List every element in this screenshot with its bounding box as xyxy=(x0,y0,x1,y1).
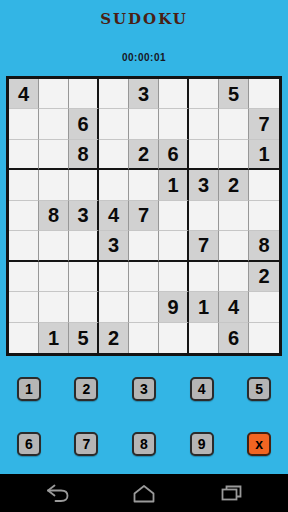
cell-r7c5[interactable] xyxy=(129,262,159,292)
cell-r4c1[interactable] xyxy=(9,170,39,200)
cell-r6c8[interactable] xyxy=(219,231,249,261)
cell-r5c4[interactable]: 4 xyxy=(99,201,129,231)
cell-r3c7[interactable] xyxy=(189,140,219,170)
cell-r7c7[interactable] xyxy=(189,262,219,292)
digit-button-1[interactable]: 1 xyxy=(17,377,41,401)
digit-button-8[interactable]: 8 xyxy=(132,432,156,456)
cell-r6c4[interactable]: 3 xyxy=(99,231,129,261)
home-button[interactable] xyxy=(114,479,174,507)
cell-r8c5[interactable] xyxy=(129,292,159,322)
cell-r1c7[interactable] xyxy=(189,79,219,109)
recents-button[interactable] xyxy=(201,479,261,507)
keypad-row-2: 6 7 8 9 x xyxy=(0,432,288,456)
cell-r3c4[interactable] xyxy=(99,140,129,170)
cell-r2c5[interactable] xyxy=(129,109,159,139)
cell-r2c8[interactable] xyxy=(219,109,249,139)
cell-r6c5[interactable] xyxy=(129,231,159,261)
cell-r5c5[interactable]: 7 xyxy=(129,201,159,231)
cell-r7c2[interactable] xyxy=(39,262,69,292)
cell-r4c2[interactable] xyxy=(39,170,69,200)
cell-r7c1[interactable] xyxy=(9,262,39,292)
cell-r1c6[interactable] xyxy=(159,79,189,109)
cell-r5c6[interactable] xyxy=(159,201,189,231)
cell-r2c3[interactable]: 6 xyxy=(69,109,99,139)
cell-r3c3[interactable]: 8 xyxy=(69,140,99,170)
cell-r8c6[interactable]: 9 xyxy=(159,292,189,322)
cell-r8c4[interactable] xyxy=(99,292,129,322)
digit-button-4[interactable]: 4 xyxy=(190,377,214,401)
cell-r9c5[interactable] xyxy=(129,323,159,353)
cell-r6c6[interactable] xyxy=(159,231,189,261)
cell-r5c9[interactable] xyxy=(249,201,279,231)
cell-r6c7[interactable]: 7 xyxy=(189,231,219,261)
cell-r7c6[interactable] xyxy=(159,262,189,292)
cell-r3c1[interactable] xyxy=(9,140,39,170)
keypad-row-1: 1 2 3 4 5 xyxy=(0,377,288,401)
cell-r1c9[interactable] xyxy=(249,79,279,109)
cell-r3c2[interactable] xyxy=(39,140,69,170)
digit-button-5[interactable]: 5 xyxy=(247,377,271,401)
cell-r6c3[interactable] xyxy=(69,231,99,261)
digit-button-3[interactable]: 3 xyxy=(132,377,156,401)
cell-r9c3[interactable]: 5 xyxy=(69,323,99,353)
cell-r3c5[interactable]: 2 xyxy=(129,140,159,170)
cell-r9c8[interactable]: 6 xyxy=(219,323,249,353)
cell-r9c6[interactable] xyxy=(159,323,189,353)
cell-r6c9[interactable]: 8 xyxy=(249,231,279,261)
cell-r9c4[interactable]: 2 xyxy=(99,323,129,353)
cell-r6c2[interactable] xyxy=(39,231,69,261)
cell-r8c3[interactable] xyxy=(69,292,99,322)
cell-r8c1[interactable] xyxy=(9,292,39,322)
cell-r4c4[interactable] xyxy=(99,170,129,200)
cell-r1c5[interactable]: 3 xyxy=(129,79,159,109)
recents-icon xyxy=(219,484,244,503)
cell-r4c8[interactable]: 2 xyxy=(219,170,249,200)
app-screen: SUDOKU 00:00:01 435678261132834737829141… xyxy=(0,0,288,512)
digit-button-6[interactable]: 6 xyxy=(17,432,41,456)
cell-r9c2[interactable]: 1 xyxy=(39,323,69,353)
cell-r8c7[interactable]: 1 xyxy=(189,292,219,322)
cell-r7c9[interactable]: 2 xyxy=(249,262,279,292)
back-icon xyxy=(44,484,71,503)
cell-r7c8[interactable] xyxy=(219,262,249,292)
cell-r3c8[interactable] xyxy=(219,140,249,170)
sudoku-board: 435678261132834737829141526 xyxy=(6,76,282,356)
cell-r4c7[interactable]: 3 xyxy=(189,170,219,200)
cell-r2c1[interactable] xyxy=(9,109,39,139)
cell-r3c9[interactable]: 1 xyxy=(249,140,279,170)
page-title: SUDOKU xyxy=(0,10,288,28)
cell-r5c7[interactable] xyxy=(189,201,219,231)
cell-r5c3[interactable]: 3 xyxy=(69,201,99,231)
cell-r2c9[interactable]: 7 xyxy=(249,109,279,139)
cell-r1c1[interactable]: 4 xyxy=(9,79,39,109)
cell-r4c5[interactable] xyxy=(129,170,159,200)
cell-r3c6[interactable]: 6 xyxy=(159,140,189,170)
cell-r8c2[interactable] xyxy=(39,292,69,322)
cell-r8c9[interactable] xyxy=(249,292,279,322)
cell-r1c2[interactable] xyxy=(39,79,69,109)
delete-button[interactable]: x xyxy=(247,432,271,456)
digit-button-2[interactable]: 2 xyxy=(74,377,98,401)
cell-r9c1[interactable] xyxy=(9,323,39,353)
cell-r5c2[interactable]: 8 xyxy=(39,201,69,231)
cell-r2c2[interactable] xyxy=(39,109,69,139)
cell-r2c6[interactable] xyxy=(159,109,189,139)
cell-r7c4[interactable] xyxy=(99,262,129,292)
cell-r5c8[interactable] xyxy=(219,201,249,231)
home-icon xyxy=(131,484,157,503)
cell-r7c3[interactable] xyxy=(69,262,99,292)
back-button[interactable] xyxy=(27,479,87,507)
cell-r5c1[interactable] xyxy=(9,201,39,231)
cell-r4c6[interactable]: 1 xyxy=(159,170,189,200)
cell-r6c1[interactable] xyxy=(9,231,39,261)
cell-r1c8[interactable]: 5 xyxy=(219,79,249,109)
digit-button-7[interactable]: 7 xyxy=(74,432,98,456)
cell-r9c9[interactable] xyxy=(249,323,279,353)
cell-r8c8[interactable]: 4 xyxy=(219,292,249,322)
cell-r9c7[interactable] xyxy=(189,323,219,353)
cell-r2c4[interactable] xyxy=(99,109,129,139)
cell-r2c7[interactable] xyxy=(189,109,219,139)
cell-r1c4[interactable] xyxy=(99,79,129,109)
android-navbar xyxy=(0,474,288,512)
cell-r4c3[interactable] xyxy=(69,170,99,200)
cell-r1c3[interactable] xyxy=(69,79,99,109)
timer: 00:00:01 xyxy=(0,52,288,63)
digit-button-9[interactable]: 9 xyxy=(190,432,214,456)
cell-r4c9[interactable] xyxy=(249,170,279,200)
